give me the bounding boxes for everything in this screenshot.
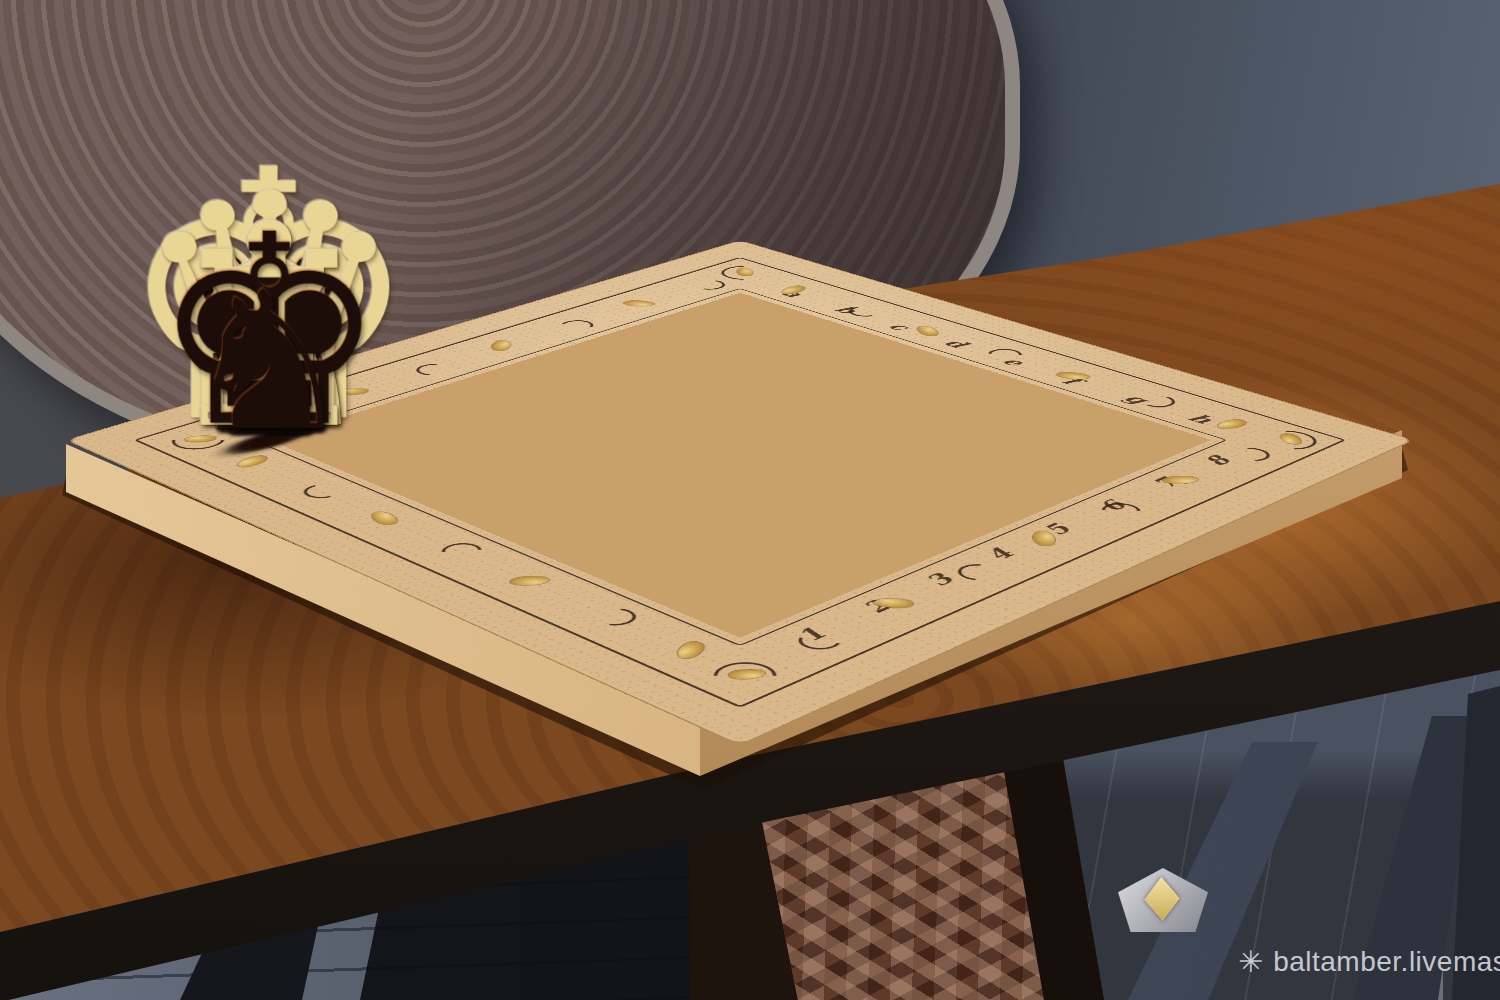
piece-black-king: ♚ <box>151 225 387 440</box>
playing-field: ♜♟♟♜♞♟♟♞♝♟♟♝♛♟♟♛♚♟♟♚♝♟♟♝♞♟♟♞♜♟♟♜ <box>269 293 1211 638</box>
amber-leaf-ornament <box>737 268 752 276</box>
clasp-amber-inset <box>1144 877 1179 921</box>
snowflake-logo-icon: ✳ <box>1238 947 1263 977</box>
watermark-text: baltamber.livemaster.ru <box>1273 946 1500 978</box>
photo-scene: ♜♟♟♜♞♟♟♞♝♟♟♝♛♟♟♛♚♟♟♚♝♟♟♝♞♟♟♞♜♟♟♜ abcdefg… <box>0 0 1500 1000</box>
watermark: ✳ baltamber.livemaster.ru <box>1238 946 1500 978</box>
